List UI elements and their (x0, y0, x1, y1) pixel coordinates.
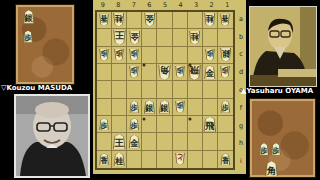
piece-9c-歩: 歩 (99, 49, 109, 61)
file-label-5: 5 (157, 0, 173, 10)
file-labels: 987654321 (95, 0, 235, 10)
square-4h (173, 133, 188, 150)
piece-white-hand-歩: 歩 (23, 31, 33, 43)
piece-7f-歩: 歩 (129, 101, 139, 113)
piece-black-hand-歩: 歩 (271, 143, 281, 155)
rank-label-a: a (236, 10, 246, 28)
square-4g (173, 116, 188, 133)
rank-label-f: f (236, 99, 246, 117)
piece-2a-桂: 桂 (204, 13, 216, 27)
white-hand-pieces: 銀歩 (23, 10, 35, 43)
piece-1i-香: 香 (220, 153, 230, 165)
piece-4d-歩: 歩 (175, 66, 185, 78)
square-3e (188, 81, 203, 98)
square-2d: 金 (203, 64, 218, 81)
square-9c: 歩 (97, 47, 112, 64)
piece-8a-桂: 桂 (113, 13, 125, 27)
masuda-photo (14, 94, 90, 178)
square-4c (173, 47, 188, 64)
board-grid: 香桂金桂香王金桂歩歩歩歩銀歩角歩飛金歩歩銀銀歩歩歩歩飛王金香桂と香 (95, 10, 235, 170)
rank-label-d: d (236, 63, 246, 81)
piece-8i-桂: 桂 (113, 153, 125, 167)
square-9a: 香 (97, 12, 112, 29)
square-4f: 歩 (173, 99, 188, 116)
square-1e (218, 81, 233, 98)
square-7d: 歩 (127, 64, 142, 81)
piece-9g-歩: 歩 (99, 118, 109, 130)
piece-9i-香: 香 (99, 153, 109, 165)
square-7f: 歩 (127, 99, 142, 116)
square-9b (97, 29, 112, 46)
hoshi-dot-4 (189, 117, 192, 120)
file-label-7: 7 (126, 0, 142, 10)
square-6a: 金 (142, 12, 157, 29)
square-6c (142, 47, 157, 64)
piece-8c-歩: 歩 (114, 49, 124, 61)
square-9h (97, 133, 112, 150)
oyama-photo (249, 6, 317, 87)
file-label-3: 3 (188, 0, 204, 10)
square-8d (112, 64, 127, 81)
piece-8b-王: 王 (113, 30, 126, 45)
square-2f (203, 99, 218, 116)
piece-9a-香: 香 (99, 14, 109, 26)
rank-label-g: g (236, 117, 246, 135)
piece-1c-銀: 銀 (220, 48, 232, 62)
square-6d (142, 64, 157, 81)
square-3h (188, 133, 203, 150)
square-9d (97, 64, 112, 81)
square-4b (173, 29, 188, 46)
square-6i (142, 151, 157, 168)
square-7i (127, 151, 142, 168)
square-2c: 歩 (203, 47, 218, 64)
square-3c (188, 47, 203, 64)
square-2i (203, 151, 218, 168)
piece-7g-歩: 歩 (129, 118, 139, 130)
square-5b (157, 29, 172, 46)
square-5a (157, 12, 172, 29)
piece-1d-歩: 歩 (220, 66, 230, 78)
rank-label-i: i (236, 152, 246, 170)
square-2e (203, 81, 218, 98)
square-7h: 金 (127, 133, 142, 150)
square-1b (218, 29, 233, 46)
piece-7h-金: 金 (129, 135, 141, 149)
file-label-8: 8 (111, 0, 127, 10)
rank-label-h: h (236, 134, 246, 152)
piece-7d-歩: 歩 (129, 66, 139, 78)
square-7a (127, 12, 142, 29)
square-7e (127, 81, 142, 98)
square-8a: 桂 (112, 12, 127, 29)
square-8e (112, 81, 127, 98)
square-8h: 王 (112, 133, 127, 150)
square-6b (142, 29, 157, 46)
piece-7c-歩: 歩 (129, 49, 139, 61)
square-3a (188, 12, 203, 29)
file-label-6: 6 (142, 0, 158, 10)
piece-1f-歩: 歩 (220, 101, 230, 113)
square-5e (157, 81, 172, 98)
square-5c (157, 47, 172, 64)
square-3b: 桂 (188, 29, 203, 46)
file-label-1: 1 (219, 0, 235, 10)
square-1g (218, 116, 233, 133)
hoshi-dot-1 (142, 64, 145, 67)
square-2b (203, 29, 218, 46)
black-hand-bishop: 角 (265, 161, 278, 176)
square-2h (203, 133, 218, 150)
black-hand-pieces: 歩歩 (259, 143, 281, 155)
white-captured-tray: 銀歩 (16, 5, 74, 84)
piece-white-hand-銀: 銀 (23, 10, 35, 24)
square-7b: 金 (127, 29, 142, 46)
square-9e (97, 81, 112, 98)
square-4i: と (173, 151, 188, 168)
square-7g: 歩 (127, 116, 142, 133)
square-8b: 王 (112, 29, 127, 46)
square-9f (97, 99, 112, 116)
square-1f: 歩 (218, 99, 233, 116)
black-player-caption: ▲Yasuharu OYAMA (241, 87, 313, 95)
square-6f: 銀 (142, 99, 157, 116)
square-8c: 歩 (112, 47, 127, 64)
square-8g (112, 116, 127, 133)
piece-8h-王: 王 (113, 134, 126, 149)
square-8f (112, 99, 127, 116)
piece-1a-香: 香 (220, 14, 230, 26)
piece-6f-銀: 銀 (144, 100, 156, 114)
square-1a: 香 (218, 12, 233, 29)
piece-7b-金: 金 (129, 31, 141, 45)
rank-label-c: c (236, 46, 246, 64)
square-5i (157, 151, 172, 168)
square-2a: 桂 (203, 12, 218, 29)
square-3f (188, 99, 203, 116)
hoshi-dot-2 (189, 64, 192, 67)
square-6e (142, 81, 157, 98)
piece-4f-歩: 歩 (175, 101, 185, 113)
square-1i: 香 (218, 151, 233, 168)
piece-5d-角: 角 (158, 65, 171, 80)
square-5h (157, 133, 172, 150)
square-5g (157, 116, 172, 133)
piece-5f-銀: 銀 (159, 100, 171, 114)
video-frame: 銀歩 ▽Kouzou MASUDA 987654321 abcdefghi 香桂… (0, 0, 320, 180)
piece-black-hand-角: 角 (265, 161, 278, 176)
square-8i: 桂 (112, 151, 127, 168)
square-2g: 飛 (203, 116, 218, 133)
piece-2c-歩: 歩 (205, 49, 215, 61)
square-7c: 歩 (127, 47, 142, 64)
piece-3b-桂: 桂 (189, 31, 201, 45)
square-9g: 歩 (97, 116, 112, 133)
shogi-board: 987654321 abcdefghi 香桂金桂香王金桂歩歩歩歩銀歩角歩飛金歩歩… (93, 0, 246, 174)
piece-6a-金: 金 (144, 13, 156, 27)
piece-4i-と: と (175, 153, 185, 165)
square-9i: 香 (97, 151, 112, 168)
hoshi-dot-3 (142, 117, 145, 120)
piece-2g-飛: 飛 (203, 117, 216, 132)
square-4d: 歩 (173, 64, 188, 81)
square-5f: 銀 (157, 99, 172, 116)
square-4e (173, 81, 188, 98)
file-label-2: 2 (204, 0, 220, 10)
file-label-4: 4 (173, 0, 189, 10)
square-5d: 角 (157, 64, 172, 81)
square-4a (173, 12, 188, 29)
square-1h (218, 133, 233, 150)
black-captured-tray: 歩歩 角 (250, 99, 315, 177)
file-label-9: 9 (95, 0, 111, 10)
square-1c: 銀 (218, 47, 233, 64)
piece-2d-金: 金 (204, 65, 216, 79)
piece-black-hand-歩: 歩 (259, 143, 269, 155)
piece-3d-飛: 飛 (188, 65, 201, 80)
white-player-caption: ▽Kouzou MASUDA (1, 84, 72, 92)
rank-label-b: b (236, 28, 246, 46)
square-1d: 歩 (218, 64, 233, 81)
square-6h (142, 133, 157, 150)
square-3i (188, 151, 203, 168)
